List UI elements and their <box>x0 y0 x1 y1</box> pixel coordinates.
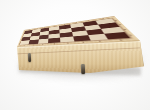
coordinate-mark <box>115 20 117 21</box>
board-square-dark <box>105 32 131 40</box>
coordinate-mark <box>54 44 55 45</box>
coordinate-mark <box>119 24 121 25</box>
coordinate-mark <box>43 44 44 45</box>
coordinate-mark <box>67 43 68 44</box>
coordinate-mark <box>82 42 84 43</box>
coordinate-mark <box>130 35 133 36</box>
coordinate-mark <box>23 45 24 46</box>
coordinate-mark <box>32 45 33 46</box>
coordinate-mark <box>120 40 123 41</box>
chess-box-photo <box>0 0 150 110</box>
coordinate-mark <box>124 29 127 30</box>
front-latch-right <box>81 63 85 73</box>
chess-box <box>0 0 150 110</box>
box-front-face <box>0 0 150 110</box>
coordinate-mark <box>99 41 101 42</box>
board-square-light <box>60 37 74 43</box>
board-square-dark <box>48 38 60 44</box>
